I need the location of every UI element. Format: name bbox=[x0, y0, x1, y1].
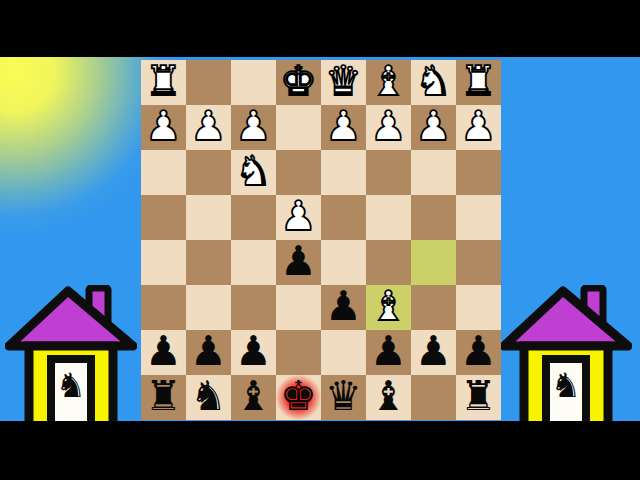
chess-board[interactable]: ♜♚♛♝♞♜♟♟♟♟♟♟♟♞♟♟♟♝♟♟♟♟♟♟♜♞♝♚♛♝♜ bbox=[141, 60, 501, 420]
square-d1[interactable]: ♛ bbox=[321, 60, 366, 105]
white-knight[interactable]: ♞ bbox=[415, 61, 452, 102]
black-pawn[interactable]: ♟ bbox=[145, 331, 182, 372]
square-g4[interactable] bbox=[186, 195, 231, 240]
square-c1[interactable]: ♝ bbox=[366, 60, 411, 105]
black-pawn[interactable]: ♟ bbox=[280, 241, 317, 282]
square-b8[interactable] bbox=[411, 375, 456, 420]
black-pawn[interactable]: ♟ bbox=[460, 331, 497, 372]
square-h2[interactable]: ♟ bbox=[141, 105, 186, 150]
square-f4[interactable] bbox=[231, 195, 276, 240]
black-rook[interactable]: ♜ bbox=[145, 376, 182, 417]
square-d6[interactable]: ♟ bbox=[321, 285, 366, 330]
square-f7[interactable]: ♟ bbox=[231, 330, 276, 375]
white-pawn[interactable]: ♟ bbox=[460, 106, 497, 147]
black-pawn[interactable]: ♟ bbox=[370, 331, 407, 372]
square-d2[interactable]: ♟ bbox=[321, 105, 366, 150]
square-d8[interactable]: ♛ bbox=[321, 375, 366, 420]
square-c6[interactable]: ♝ bbox=[366, 285, 411, 330]
square-g5[interactable] bbox=[186, 240, 231, 285]
square-e5[interactable]: ♟ bbox=[276, 240, 321, 285]
square-a5[interactable] bbox=[456, 240, 501, 285]
square-a7[interactable]: ♟ bbox=[456, 330, 501, 375]
square-e6[interactable] bbox=[276, 285, 321, 330]
square-h6[interactable] bbox=[141, 285, 186, 330]
house-roof bbox=[9, 291, 133, 346]
square-c5[interactable] bbox=[366, 240, 411, 285]
white-pawn[interactable]: ♟ bbox=[190, 106, 227, 147]
white-bishop[interactable]: ♝ bbox=[370, 286, 407, 327]
square-b4[interactable] bbox=[411, 195, 456, 240]
square-e2[interactable] bbox=[276, 105, 321, 150]
square-b5[interactable] bbox=[411, 240, 456, 285]
white-pawn[interactable]: ♟ bbox=[280, 196, 317, 237]
square-h8[interactable]: ♜ bbox=[141, 375, 186, 420]
square-c2[interactable]: ♟ bbox=[366, 105, 411, 150]
white-pawn[interactable]: ♟ bbox=[370, 106, 407, 147]
square-b1[interactable]: ♞ bbox=[411, 60, 456, 105]
square-f8[interactable]: ♝ bbox=[231, 375, 276, 420]
square-g8[interactable]: ♞ bbox=[186, 375, 231, 420]
white-bishop[interactable]: ♝ bbox=[370, 61, 407, 102]
square-g3[interactable] bbox=[186, 150, 231, 195]
square-b2[interactable]: ♟ bbox=[411, 105, 456, 150]
square-h1[interactable]: ♜ bbox=[141, 60, 186, 105]
white-rook[interactable]: ♜ bbox=[460, 61, 497, 102]
black-bishop[interactable]: ♝ bbox=[370, 376, 407, 417]
square-b3[interactable] bbox=[411, 150, 456, 195]
white-king[interactable]: ♚ bbox=[280, 61, 317, 102]
white-queen[interactable]: ♛ bbox=[325, 61, 362, 102]
square-d3[interactable] bbox=[321, 150, 366, 195]
square-c3[interactable] bbox=[366, 150, 411, 195]
white-knight[interactable]: ♞ bbox=[235, 151, 272, 192]
square-f5[interactable] bbox=[231, 240, 276, 285]
square-a3[interactable] bbox=[456, 150, 501, 195]
house-icon-left: ♞ bbox=[5, 285, 137, 421]
square-e3[interactable] bbox=[276, 150, 321, 195]
knight-icon: ♞ bbox=[551, 365, 581, 405]
square-f1[interactable] bbox=[231, 60, 276, 105]
square-g2[interactable]: ♟ bbox=[186, 105, 231, 150]
black-knight[interactable]: ♞ bbox=[190, 376, 227, 417]
white-pawn[interactable]: ♟ bbox=[235, 106, 272, 147]
square-b7[interactable]: ♟ bbox=[411, 330, 456, 375]
square-e8[interactable]: ♚ bbox=[276, 375, 321, 420]
square-e4[interactable]: ♟ bbox=[276, 195, 321, 240]
square-h3[interactable] bbox=[141, 150, 186, 195]
square-g7[interactable]: ♟ bbox=[186, 330, 231, 375]
square-c7[interactable]: ♟ bbox=[366, 330, 411, 375]
square-e7[interactable] bbox=[276, 330, 321, 375]
square-d7[interactable] bbox=[321, 330, 366, 375]
black-king[interactable]: ♚ bbox=[280, 376, 317, 417]
letterbox-top bbox=[0, 0, 640, 57]
square-d5[interactable] bbox=[321, 240, 366, 285]
white-pawn[interactable]: ♟ bbox=[415, 106, 452, 147]
letterbox-bottom bbox=[0, 421, 640, 480]
square-a1[interactable]: ♜ bbox=[456, 60, 501, 105]
black-pawn[interactable]: ♟ bbox=[235, 331, 272, 372]
square-h4[interactable] bbox=[141, 195, 186, 240]
scene-background: ♜♚♛♝♞♜♟♟♟♟♟♟♟♞♟♟♟♝♟♟♟♟♟♟♜♞♝♚♛♝♜ ♞ ♞ bbox=[0, 57, 640, 421]
square-a2[interactable]: ♟ bbox=[456, 105, 501, 150]
square-d4[interactable] bbox=[321, 195, 366, 240]
square-c8[interactable]: ♝ bbox=[366, 375, 411, 420]
white-pawn[interactable]: ♟ bbox=[325, 106, 362, 147]
house-icon-right: ♞ bbox=[500, 285, 632, 421]
white-rook[interactable]: ♜ bbox=[145, 61, 182, 102]
square-a4[interactable] bbox=[456, 195, 501, 240]
black-pawn[interactable]: ♟ bbox=[415, 331, 452, 372]
square-a8[interactable]: ♜ bbox=[456, 375, 501, 420]
black-bishop[interactable]: ♝ bbox=[235, 376, 272, 417]
square-a6[interactable] bbox=[456, 285, 501, 330]
square-f6[interactable] bbox=[231, 285, 276, 330]
square-f2[interactable]: ♟ bbox=[231, 105, 276, 150]
square-b6[interactable] bbox=[411, 285, 456, 330]
white-pawn[interactable]: ♟ bbox=[145, 106, 182, 147]
square-h7[interactable]: ♟ bbox=[141, 330, 186, 375]
square-f3[interactable]: ♞ bbox=[231, 150, 276, 195]
house-roof bbox=[504, 291, 628, 346]
black-pawn[interactable]: ♟ bbox=[325, 286, 362, 327]
square-g6[interactable] bbox=[186, 285, 231, 330]
square-c4[interactable] bbox=[366, 195, 411, 240]
black-pawn[interactable]: ♟ bbox=[190, 331, 227, 372]
square-h5[interactable] bbox=[141, 240, 186, 285]
black-queen[interactable]: ♛ bbox=[325, 376, 362, 417]
square-g1[interactable] bbox=[186, 60, 231, 105]
knight-icon: ♞ bbox=[56, 365, 86, 405]
square-e1[interactable]: ♚ bbox=[276, 60, 321, 105]
black-rook[interactable]: ♜ bbox=[460, 376, 497, 417]
